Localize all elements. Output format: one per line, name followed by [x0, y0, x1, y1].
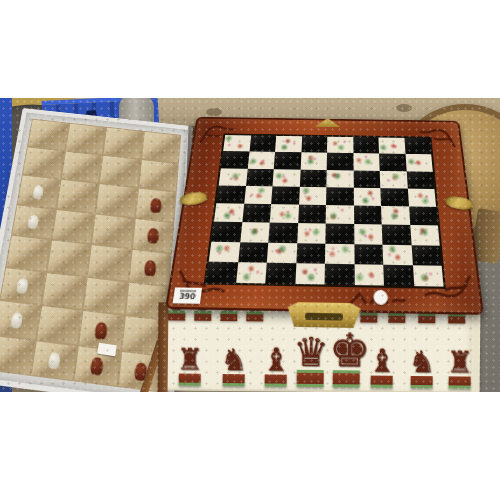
stored-piece-light — [33, 185, 45, 199]
board-square — [412, 265, 443, 287]
board-square — [300, 152, 327, 169]
box-cell — [95, 183, 138, 217]
handle-slot — [305, 312, 343, 320]
board-square — [299, 187, 327, 205]
board-square — [383, 264, 414, 286]
board-square — [407, 188, 436, 207]
board-square — [353, 170, 380, 188]
box-cell — [82, 276, 127, 315]
board-square — [265, 262, 296, 284]
wood-knot — [396, 104, 412, 112]
board-square — [327, 153, 353, 170]
board-square — [405, 154, 433, 171]
board-square — [268, 223, 297, 243]
box-cell — [91, 213, 135, 249]
stored-piece-dark — [150, 198, 162, 214]
board-square — [353, 206, 381, 225]
stored-piece-dark — [144, 260, 157, 277]
box-cell — [22, 146, 65, 179]
board-square — [216, 185, 245, 203]
brass-clasp-icon — [445, 195, 473, 211]
board-square — [325, 224, 354, 244]
board-square — [354, 224, 383, 244]
board-square — [353, 187, 381, 206]
board-square — [275, 136, 302, 153]
board-square — [297, 223, 326, 243]
board-square — [244, 186, 273, 204]
box-cell — [60, 150, 102, 183]
board-square — [249, 135, 276, 152]
knight-glyph: ♞ — [405, 348, 439, 376]
board-square — [326, 170, 353, 188]
board-square — [236, 262, 267, 284]
box-cell — [51, 208, 95, 244]
board-square — [353, 153, 380, 170]
drawer-king: ♚ — [329, 330, 364, 387]
drawer-knight: ♞ — [405, 348, 439, 388]
board-square — [380, 170, 408, 188]
board-square — [211, 222, 241, 242]
stored-piece-light — [16, 278, 29, 294]
box-cell — [56, 179, 99, 213]
box-cell — [131, 218, 174, 254]
drawer-rook: ♜ — [443, 348, 477, 388]
board-square — [246, 168, 274, 186]
chess-board: 390 — [165, 117, 484, 315]
board-square — [272, 169, 300, 187]
wood-knot — [206, 108, 222, 116]
board-square — [299, 169, 326, 187]
board-square — [209, 241, 240, 262]
board-square — [298, 205, 326, 224]
drawer-bishop: ♝ — [259, 344, 293, 386]
auction-photo: ♟♟♟♟♟♟♟♟ ♜♞♝♛♚♝♞♜ — [0, 98, 500, 392]
board-square — [379, 154, 406, 171]
stored-piece-dark — [95, 322, 108, 340]
box-cell — [87, 244, 131, 281]
board-square — [206, 261, 238, 282]
brass-drawer-handle — [287, 302, 361, 328]
box-cell — [65, 123, 106, 155]
box-cell — [41, 271, 87, 309]
carved-wood-frame: 390 — [165, 117, 484, 315]
board-square — [274, 152, 301, 169]
bishop-glyph: ♝ — [365, 345, 399, 375]
board-square — [326, 187, 353, 205]
box-cell — [135, 188, 177, 223]
board-square — [219, 168, 248, 186]
board-square — [381, 206, 410, 225]
stored-piece-light — [48, 352, 61, 370]
board-square — [353, 137, 379, 154]
board-square — [354, 244, 383, 265]
drawer-knight: ♞ — [217, 346, 251, 386]
brass-clasp-icon — [180, 191, 207, 206]
box-cell — [27, 119, 69, 151]
rook-glyph: ♜ — [173, 345, 207, 373]
board-square — [240, 222, 270, 242]
board-square — [411, 245, 442, 266]
chess-board-grid — [206, 135, 444, 287]
box-cell — [17, 175, 61, 209]
price-sticker — [373, 290, 388, 305]
board-square — [221, 151, 249, 168]
board-square — [242, 204, 271, 223]
box-cell — [103, 127, 144, 159]
box-cell — [138, 159, 179, 192]
bishop-glyph: ♝ — [259, 344, 293, 374]
box-cell — [30, 340, 78, 382]
board-square — [325, 263, 355, 285]
board-square — [380, 188, 408, 207]
drawer-queen: ♛ — [293, 334, 328, 387]
board-square — [382, 225, 411, 245]
knight-glyph: ♞ — [217, 346, 251, 374]
queen-glyph: ♛ — [293, 334, 327, 370]
box-cell — [35, 305, 82, 345]
drawer-bishop: ♝ — [365, 345, 399, 387]
board-square — [295, 263, 325, 285]
stored-piece-dark — [147, 228, 159, 244]
board-square — [325, 243, 354, 264]
lot-number-label: 390 — [173, 287, 203, 303]
board-square — [271, 186, 299, 204]
box-cell — [141, 131, 181, 163]
board-square — [214, 203, 244, 222]
stored-piece-light — [27, 215, 39, 230]
box-cell — [0, 300, 41, 340]
board-square — [267, 242, 297, 263]
box-cell — [11, 204, 56, 239]
board-square — [406, 171, 434, 189]
board-square — [409, 206, 438, 225]
board-square — [404, 138, 431, 155]
box-cell — [128, 249, 172, 286]
board-square — [326, 205, 354, 224]
stored-piece-light — [11, 312, 24, 329]
box-cell — [46, 239, 91, 276]
board-square — [301, 136, 327, 153]
board-square — [247, 152, 275, 169]
board-square — [270, 204, 299, 223]
board-square — [238, 242, 269, 263]
brass-ornament-icon — [315, 118, 341, 127]
king-glyph: ♚ — [329, 330, 363, 370]
board-square — [327, 137, 353, 154]
drawer-rook: ♜ — [173, 345, 207, 385]
board-square — [410, 225, 440, 245]
board-square — [223, 135, 251, 152]
board-square — [382, 244, 412, 265]
rook-glyph: ♜ — [443, 348, 477, 376]
box-cell — [5, 235, 51, 272]
box-cell — [0, 267, 46, 305]
lot-number: 390 — [173, 292, 202, 302]
board-square — [296, 243, 325, 264]
box-cell — [99, 154, 141, 187]
board-square — [378, 137, 405, 154]
stored-piece-dark — [90, 357, 104, 376]
board-square — [354, 264, 384, 286]
